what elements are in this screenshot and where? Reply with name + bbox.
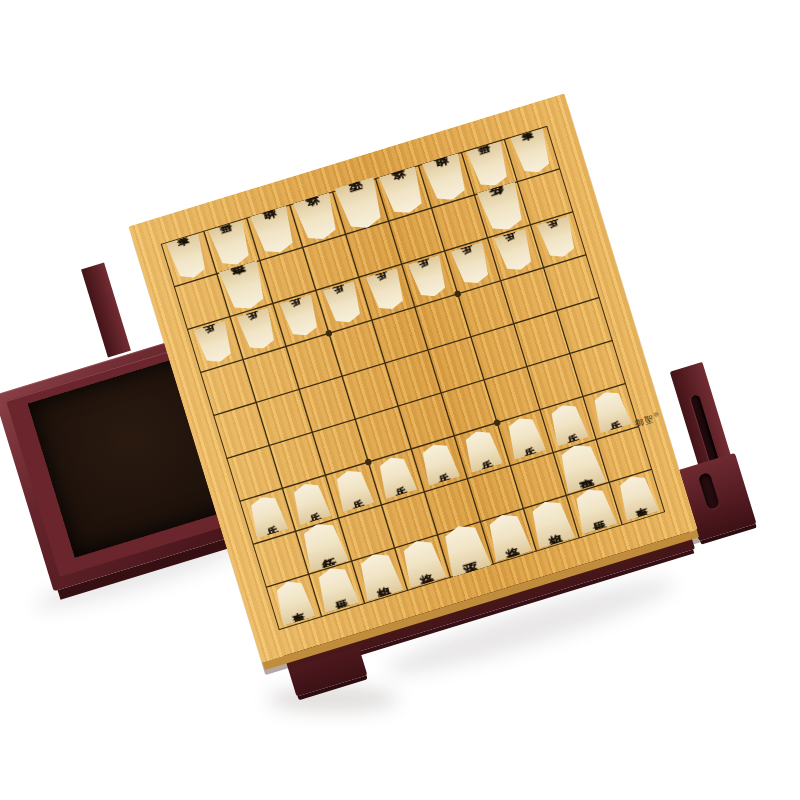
piece-kanji: 歩兵 bbox=[348, 489, 360, 493]
piece-kanji: 金将 bbox=[396, 188, 409, 192]
piece-kanji: 王将 bbox=[458, 548, 473, 553]
piece-kanji: 歩兵 bbox=[509, 248, 521, 252]
piece-kanji: 銀将 bbox=[545, 522, 558, 526]
maker-mark-text: 御聖 bbox=[634, 413, 656, 428]
piece-kanji: 歩兵 bbox=[337, 301, 349, 305]
piece-kanji: 香車 bbox=[182, 254, 194, 258]
piece-kanji: 歩兵 bbox=[476, 450, 488, 454]
apron-vent-slot bbox=[690, 394, 720, 465]
piece-kanji: 桂馬 bbox=[224, 241, 237, 245]
piece-kanji: 歩兵 bbox=[519, 437, 531, 441]
piece-kanji: 歩兵 bbox=[605, 410, 617, 414]
piece-kanji: 歩兵 bbox=[380, 287, 392, 291]
piece-kanji: 香車 bbox=[525, 149, 537, 153]
ground-shadow bbox=[268, 686, 398, 712]
shogi-board-surface[interactable]: 御聖® 香車桂馬銀将金将玉将金将銀将桂馬香車飛車角行歩兵歩兵歩兵歩兵歩兵歩兵歩兵… bbox=[128, 93, 697, 662]
piece-kanji: 歩兵 bbox=[208, 340, 220, 344]
piece-kanji: 香車 bbox=[288, 601, 300, 605]
registered-trademark-icon: ® bbox=[652, 410, 660, 418]
piece-kanji: 角行 bbox=[317, 545, 331, 549]
leg-slot-hole bbox=[698, 472, 720, 510]
piece-kanji: 桂馬 bbox=[482, 162, 495, 166]
piece-kanji: 桂馬 bbox=[331, 588, 344, 592]
piece-kanji: 歩兵 bbox=[434, 463, 446, 467]
piece-kanji: 香車 bbox=[631, 496, 643, 500]
piece-kanji: 歩兵 bbox=[423, 274, 435, 278]
maker-mark: 御聖® bbox=[633, 410, 662, 431]
piece-kanji: 歩兵 bbox=[251, 327, 263, 331]
piece-kanji: 金将 bbox=[502, 535, 515, 539]
piece-kanji: 銀将 bbox=[373, 575, 386, 579]
piece-kanji: 飛車 bbox=[237, 284, 251, 288]
piece-kanji: 銀将 bbox=[267, 228, 280, 232]
piece-layer: 香車桂馬銀将金将玉将金将銀将桂馬香車飛車角行歩兵歩兵歩兵歩兵歩兵歩兵歩兵歩兵歩兵… bbox=[128, 93, 564, 226]
shogi-set-scene: 御聖® 香車桂馬銀将金将玉将金将銀将桂馬香車飛車角行歩兵歩兵歩兵歩兵歩兵歩兵歩兵… bbox=[0, 0, 800, 800]
piece-kanji: 桂馬 bbox=[588, 509, 601, 513]
base-left-apron bbox=[81, 263, 131, 358]
piece-kanji: 歩兵 bbox=[552, 235, 564, 239]
piece-kanji: 金将 bbox=[416, 562, 429, 566]
piece-kanji: 歩兵 bbox=[305, 502, 317, 506]
piece-kanji: 飛車 bbox=[574, 466, 588, 470]
piece-kanji: 歩兵 bbox=[391, 476, 403, 480]
piece-kanji: 角行 bbox=[494, 205, 508, 209]
piece-kanji: 歩兵 bbox=[562, 424, 574, 428]
piece-kanji: 歩兵 bbox=[466, 261, 478, 265]
piece-kanji: 銀将 bbox=[439, 175, 452, 179]
piece-kanji: 歩兵 bbox=[294, 314, 306, 318]
piece-kanji: 玉将 bbox=[352, 201, 367, 206]
piece-kanji: 歩兵 bbox=[262, 515, 274, 519]
piece-kanji: 金将 bbox=[310, 214, 323, 218]
